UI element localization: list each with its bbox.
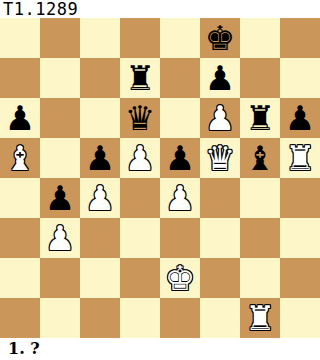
square-d1[interactable]: [120, 298, 160, 338]
square-e4[interactable]: ♟: [160, 178, 200, 218]
square-d4[interactable]: [120, 178, 160, 218]
square-e6[interactable]: [160, 98, 200, 138]
white-rook[interactable]: ♜: [285, 138, 315, 178]
square-b8[interactable]: [40, 18, 80, 58]
black-pawn[interactable]: ♟: [165, 138, 195, 178]
black-pawn[interactable]: ♟: [205, 58, 235, 98]
white-bishop[interactable]: ♝: [5, 138, 35, 178]
square-b2[interactable]: [40, 258, 80, 298]
square-e2[interactable]: ♚: [160, 258, 200, 298]
square-e5[interactable]: ♟: [160, 138, 200, 178]
square-g7[interactable]: [240, 58, 280, 98]
black-pawn[interactable]: ♟: [285, 98, 315, 138]
square-a7[interactable]: [0, 58, 40, 98]
square-a5[interactable]: ♝: [0, 138, 40, 178]
square-e1[interactable]: [160, 298, 200, 338]
square-g4[interactable]: [240, 178, 280, 218]
white-pawn[interactable]: ♟: [205, 98, 235, 138]
square-b7[interactable]: [40, 58, 80, 98]
square-f7[interactable]: ♟: [200, 58, 240, 98]
square-g5[interactable]: ♝: [240, 138, 280, 178]
square-f2[interactable]: [200, 258, 240, 298]
square-e8[interactable]: [160, 18, 200, 58]
square-f6[interactable]: ♟: [200, 98, 240, 138]
square-a6[interactable]: ♟: [0, 98, 40, 138]
white-pawn[interactable]: ♟: [165, 178, 195, 218]
black-king[interactable]: ♚: [205, 18, 235, 58]
square-d8[interactable]: [120, 18, 160, 58]
square-a8[interactable]: [0, 18, 40, 58]
square-h8[interactable]: [280, 18, 320, 58]
square-c6[interactable]: [80, 98, 120, 138]
black-pawn[interactable]: ♟: [5, 98, 35, 138]
black-queen[interactable]: ♛: [125, 98, 155, 138]
black-rook[interactable]: ♜: [245, 98, 275, 138]
black-bishop[interactable]: ♝: [245, 138, 275, 178]
square-a1[interactable]: [0, 298, 40, 338]
black-rook[interactable]: ♜: [125, 58, 155, 98]
square-d7[interactable]: ♜: [120, 58, 160, 98]
square-g1[interactable]: ♜: [240, 298, 280, 338]
square-d3[interactable]: [120, 218, 160, 258]
square-b4[interactable]: ♟: [40, 178, 80, 218]
move-prompt: 1. ?: [0, 338, 320, 360]
square-d2[interactable]: [120, 258, 160, 298]
square-a3[interactable]: [0, 218, 40, 258]
square-h1[interactable]: [280, 298, 320, 338]
square-c5[interactable]: ♟: [80, 138, 120, 178]
square-f8[interactable]: ♚: [200, 18, 240, 58]
square-b6[interactable]: [40, 98, 80, 138]
white-pawn[interactable]: ♟: [125, 138, 155, 178]
square-h3[interactable]: [280, 218, 320, 258]
square-c8[interactable]: [80, 18, 120, 58]
square-b5[interactable]: [40, 138, 80, 178]
square-c1[interactable]: [80, 298, 120, 338]
square-f4[interactable]: [200, 178, 240, 218]
square-d5[interactable]: ♟: [120, 138, 160, 178]
square-h4[interactable]: [280, 178, 320, 218]
chess-board: ♚♜♟♟♛♟♜♟♝♟♟♟♛♝♜♟♟♟♟♚♜: [0, 18, 320, 338]
square-b1[interactable]: [40, 298, 80, 338]
white-queen[interactable]: ♛: [205, 138, 235, 178]
square-f3[interactable]: [200, 218, 240, 258]
square-c3[interactable]: [80, 218, 120, 258]
square-f5[interactable]: ♛: [200, 138, 240, 178]
square-h7[interactable]: [280, 58, 320, 98]
white-pawn[interactable]: ♟: [45, 218, 75, 258]
square-b3[interactable]: ♟: [40, 218, 80, 258]
square-a4[interactable]: [0, 178, 40, 218]
square-e7[interactable]: [160, 58, 200, 98]
square-g8[interactable]: [240, 18, 280, 58]
chess-puzzle-page: T1.1289 ♚♜♟♟♛♟♜♟♝♟♟♟♛♝♜♟♟♟♟♚♜ 1. ?: [0, 0, 320, 360]
square-d6[interactable]: ♛: [120, 98, 160, 138]
puzzle-title: T1.1289: [0, 0, 320, 18]
square-e3[interactable]: [160, 218, 200, 258]
square-g2[interactable]: [240, 258, 280, 298]
white-pawn[interactable]: ♟: [85, 178, 115, 218]
square-g3[interactable]: [240, 218, 280, 258]
square-a2[interactable]: [0, 258, 40, 298]
white-rook[interactable]: ♜: [245, 298, 275, 338]
black-pawn[interactable]: ♟: [45, 178, 75, 218]
white-king[interactable]: ♚: [165, 258, 195, 298]
square-c7[interactable]: [80, 58, 120, 98]
square-g6[interactable]: ♜: [240, 98, 280, 138]
square-c2[interactable]: [80, 258, 120, 298]
square-h6[interactable]: ♟: [280, 98, 320, 138]
square-c4[interactable]: ♟: [80, 178, 120, 218]
square-f1[interactable]: [200, 298, 240, 338]
square-h5[interactable]: ♜: [280, 138, 320, 178]
black-pawn[interactable]: ♟: [85, 138, 115, 178]
square-h2[interactable]: [280, 258, 320, 298]
